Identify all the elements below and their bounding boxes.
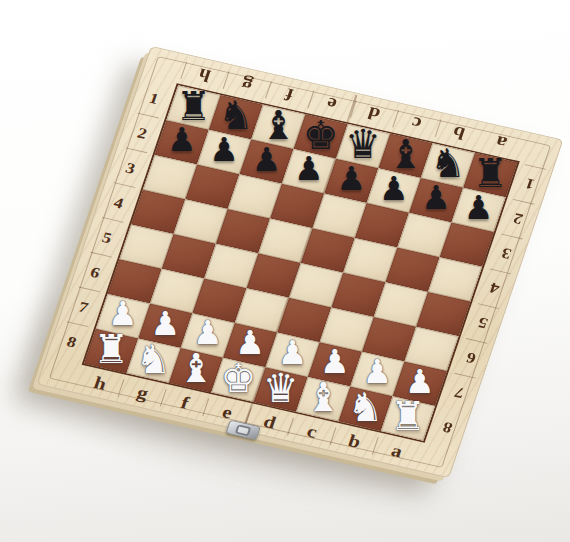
black-knight-b1: ♞	[426, 141, 470, 185]
black-bishop-f1: ♝	[256, 103, 300, 147]
black-rook-h1: ♜	[171, 84, 215, 128]
scene: hgfedcba hgfedcba 12345678 12345678 ♜♞♝♚…	[0, 0, 570, 542]
black-rook-a1: ♜	[468, 151, 512, 195]
black-queen-d1: ♛	[341, 122, 385, 166]
black-king-e1: ♚	[299, 113, 343, 157]
black-bishop-c1: ♝	[383, 132, 427, 176]
black-knight-g1: ♞	[214, 93, 258, 137]
